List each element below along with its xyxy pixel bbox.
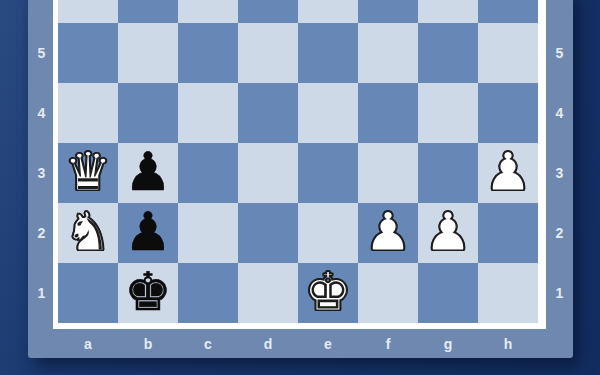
square-d4[interactable]	[238, 83, 298, 143]
square-a1[interactable]	[58, 263, 118, 323]
square-c4[interactable]	[178, 83, 238, 143]
square-h3[interactable]: ♟	[478, 143, 538, 203]
white-pawn[interactable]: ♟	[418, 202, 478, 262]
square-b5[interactable]	[118, 23, 178, 83]
black-king[interactable]: ♚	[118, 262, 178, 322]
white-pawn[interactable]: ♟	[358, 202, 418, 262]
file-label-e: e	[298, 329, 358, 358]
square-h6[interactable]	[478, 0, 538, 23]
rank-label-right-4: 4	[546, 83, 573, 143]
square-f1[interactable]	[358, 263, 418, 323]
rank-label-right-2: 2	[546, 203, 573, 263]
rank-label-left-3: 3	[28, 143, 55, 203]
square-e1[interactable]: ♚	[298, 263, 358, 323]
white-king[interactable]: ♚	[298, 262, 358, 322]
square-h2[interactable]	[478, 203, 538, 263]
square-e3[interactable]	[298, 143, 358, 203]
square-g4[interactable]	[418, 83, 478, 143]
file-label-g: g	[418, 329, 478, 358]
square-e5[interactable]	[298, 23, 358, 83]
square-b3[interactable]: ♟	[118, 143, 178, 203]
rank-label-left-5: 5	[28, 23, 55, 83]
square-c5[interactable]	[178, 23, 238, 83]
square-h1[interactable]	[478, 263, 538, 323]
square-a6[interactable]	[58, 0, 118, 23]
square-g1[interactable]	[418, 263, 478, 323]
white-queen[interactable]: ♛	[58, 142, 118, 202]
file-label-d: d	[238, 329, 298, 358]
square-e6[interactable]	[298, 0, 358, 23]
square-d6[interactable]	[238, 0, 298, 23]
file-label-f: f	[358, 329, 418, 358]
square-f5[interactable]	[358, 23, 418, 83]
white-pawn[interactable]: ♟	[478, 142, 538, 202]
square-a5[interactable]	[58, 23, 118, 83]
square-d3[interactable]	[238, 143, 298, 203]
square-d1[interactable]	[238, 263, 298, 323]
file-label-h: h	[478, 329, 538, 358]
square-h5[interactable]	[478, 23, 538, 83]
square-c6[interactable]	[178, 0, 238, 23]
square-a4[interactable]	[58, 83, 118, 143]
rank-label-right-5: 5	[546, 23, 573, 83]
square-e4[interactable]	[298, 83, 358, 143]
rank-label-right-1: 1	[546, 263, 573, 323]
square-g5[interactable]	[418, 23, 478, 83]
square-d5[interactable]	[238, 23, 298, 83]
file-label-c: c	[178, 329, 238, 358]
square-b6[interactable]	[118, 0, 178, 23]
file-label-a: a	[58, 329, 118, 358]
square-g6[interactable]	[418, 0, 478, 23]
file-label-b: b	[118, 329, 178, 358]
board-squares: ♛♟♟♞♟♟♟♚♚	[58, 0, 538, 323]
square-f2[interactable]: ♟	[358, 203, 418, 263]
square-g2[interactable]: ♟	[418, 203, 478, 263]
square-c2[interactable]	[178, 203, 238, 263]
square-d2[interactable]	[238, 203, 298, 263]
square-h4[interactable]	[478, 83, 538, 143]
square-a2[interactable]: ♞	[58, 203, 118, 263]
rank-label-right-3: 3	[546, 143, 573, 203]
square-f3[interactable]	[358, 143, 418, 203]
square-a3[interactable]: ♛	[58, 143, 118, 203]
black-pawn[interactable]: ♟	[118, 202, 178, 262]
white-knight[interactable]: ♞	[58, 202, 118, 262]
rank-label-left-1: 1	[28, 263, 55, 323]
square-b2[interactable]: ♟	[118, 203, 178, 263]
square-f4[interactable]	[358, 83, 418, 143]
rank-label-left-4: 4	[28, 83, 55, 143]
square-b1[interactable]: ♚	[118, 263, 178, 323]
square-c1[interactable]	[178, 263, 238, 323]
rank-label-left-2: 2	[28, 203, 55, 263]
square-b4[interactable]	[118, 83, 178, 143]
chess-board-viewport: ♛♟♟♞♟♟♟♚♚ 1122334455abcdefgh	[0, 0, 600, 375]
black-pawn[interactable]: ♟	[118, 142, 178, 202]
square-g3[interactable]	[418, 143, 478, 203]
square-c3[interactable]	[178, 143, 238, 203]
square-e2[interactable]	[298, 203, 358, 263]
square-f6[interactable]	[358, 0, 418, 23]
